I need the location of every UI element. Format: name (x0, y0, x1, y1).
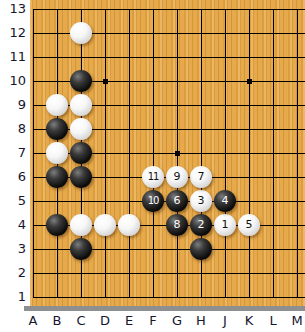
move-number: 6 (174, 190, 181, 212)
move-number: 11 (148, 166, 159, 188)
move-number: 4 (222, 190, 229, 212)
row-label-6: 6 (0, 169, 26, 185)
row-label-1: 1 (0, 289, 26, 305)
move-number: 1 (222, 214, 229, 236)
go-stone-black-c7 (70, 142, 92, 164)
go-stone-white-k4: 5 (238, 214, 260, 236)
go-stone-white-c12 (70, 22, 92, 44)
column-label-c: C (69, 313, 93, 329)
go-stone-black-h3 (190, 238, 212, 260)
column-label-e: E (117, 313, 141, 329)
move-number: 2 (198, 214, 205, 236)
go-stone-white-c4 (70, 214, 92, 236)
go-stone-black-h4: 2 (190, 214, 212, 236)
hoshi-point (103, 79, 108, 84)
go-stone-black-g5: 6 (166, 190, 188, 212)
row-label-12: 12 (0, 25, 26, 41)
row-label-5: 5 (0, 193, 26, 209)
go-stone-white-c8 (70, 118, 92, 140)
grid-line-horizontal (33, 57, 305, 58)
go-stone-white-b7 (46, 142, 68, 164)
move-number: 8 (174, 214, 181, 236)
row-label-10: 10 (0, 73, 26, 89)
row-label-3: 3 (0, 241, 26, 257)
move-number: 3 (198, 190, 205, 212)
go-stone-white-c9 (70, 94, 92, 116)
go-stone-black-g4: 8 (166, 214, 188, 236)
column-label-b: B (45, 313, 69, 329)
go-stone-white-g6: 9 (166, 166, 188, 188)
go-diagram: 1234567891011 13121110987654321 ABCDEFGH… (0, 0, 305, 332)
go-stone-black-f5: 10 (142, 190, 164, 212)
go-stone-black-b4 (46, 214, 68, 236)
row-label-8: 8 (0, 121, 26, 137)
go-stone-black-c6 (70, 166, 92, 188)
grid-line-horizontal (33, 9, 305, 10)
go-stone-white-e4 (118, 214, 140, 236)
go-stone-black-b6 (46, 166, 68, 188)
go-stone-white-j4: 1 (214, 214, 236, 236)
row-label-4: 4 (0, 217, 26, 233)
column-label-j: J (213, 313, 237, 329)
move-number: 7 (198, 166, 205, 188)
move-number: 9 (174, 166, 181, 188)
go-stone-white-h5: 3 (190, 190, 212, 212)
go-stone-black-c3 (70, 238, 92, 260)
go-stone-white-f6: 11 (142, 166, 164, 188)
go-stone-black-c10 (70, 70, 92, 92)
go-stone-black-j5: 4 (214, 190, 236, 212)
column-label-d: D (93, 313, 117, 329)
row-label-9: 9 (0, 97, 26, 113)
column-label-f: F (141, 313, 165, 329)
grid-line-horizontal (33, 297, 305, 298)
hoshi-point (175, 151, 180, 156)
move-number: 5 (246, 214, 253, 236)
row-label-2: 2 (0, 265, 26, 281)
hoshi-point (247, 79, 252, 84)
board-bottom-shadow (24, 306, 305, 311)
go-stone-black-b8 (46, 118, 68, 140)
row-label-11: 11 (0, 49, 26, 65)
move-number: 10 (148, 190, 159, 212)
column-label-m: M (285, 313, 305, 329)
column-label-h: H (189, 313, 213, 329)
column-label-g: G (165, 313, 189, 329)
go-stone-white-b9 (46, 94, 68, 116)
column-label-l: L (261, 313, 285, 329)
row-label-7: 7 (0, 145, 26, 161)
column-label-a: A (21, 313, 45, 329)
go-stone-white-h6: 7 (190, 166, 212, 188)
go-stone-white-d4 (94, 214, 116, 236)
row-label-13: 13 (0, 1, 26, 17)
grid-line-horizontal (33, 273, 305, 274)
column-label-k: K (237, 313, 261, 329)
go-board[interactable]: 1234567891011 (30, 0, 305, 306)
